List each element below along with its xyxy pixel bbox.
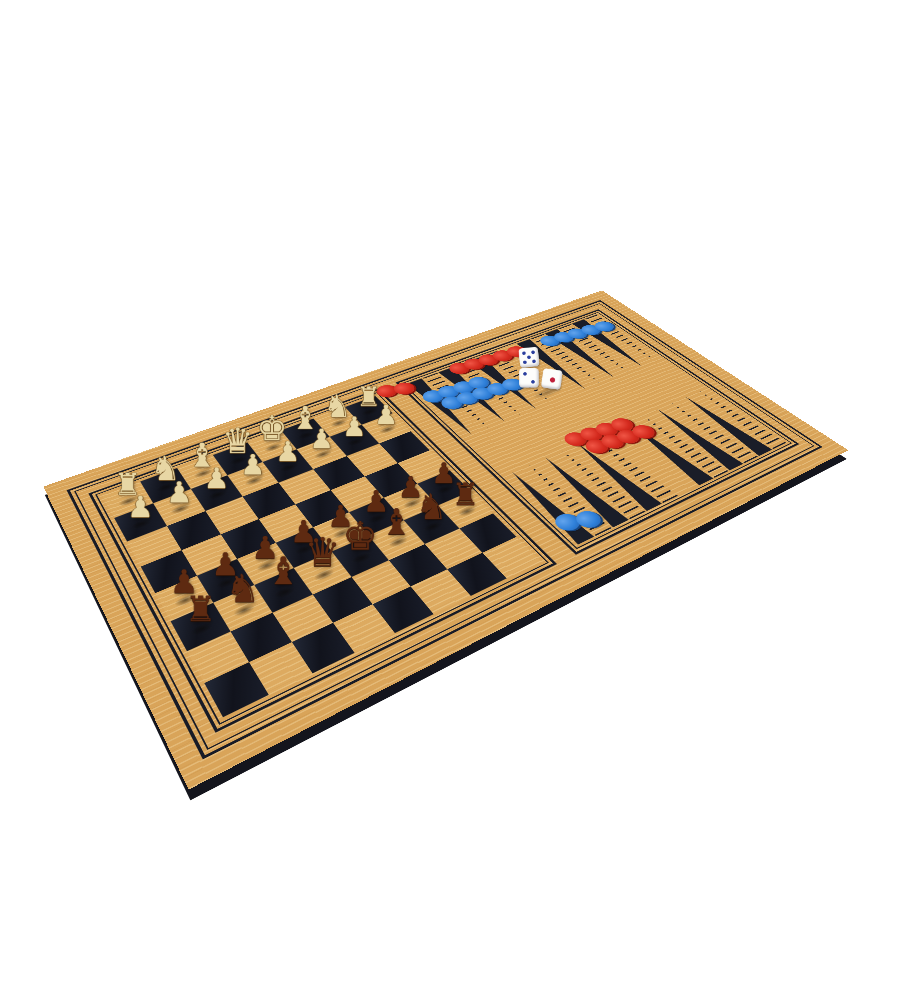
black-queen-piece[interactable]: ♛ [301,533,344,573]
backgammon-point [570,440,663,511]
backgammon-point [620,419,714,486]
white-pawn-piece[interactable]: ♟ [234,451,272,479]
white-pawn-piece[interactable]: ♟ [269,438,307,466]
backgammon-point [554,447,647,520]
white-pawn-piece[interactable]: ♟ [368,402,404,428]
game-board: ♜♞♝♛♚♝♞♜♟♟♟♟♟♟♟♟♟♟♟♟♟♟♟♟♜♞♝♛♚♝♞♜ [43,290,848,789]
white-pawn-piece[interactable]: ♟ [336,413,372,440]
scene: ♜♞♝♛♚♝♞♜♟♟♟♟♟♟♟♟♟♟♟♟♟♟♟♟♜♞♝♛♚♝♞♜ [168,173,735,803]
black-rook-piece[interactable]: ♜ [178,592,223,627]
die-pip [527,355,531,359]
black-king-piece[interactable]: ♚ [339,517,381,556]
black-knight-piece[interactable]: ♞ [411,489,451,524]
scene-scale: ♜♞♝♛♚♝♞♜♟♟♟♟♟♟♟♟♟♟♟♟♟♟♟♟♜♞♝♛♚♝♞♜ [168,173,735,803]
black-bishop-piece[interactable]: ♝ [376,504,417,540]
black-knight-piece[interactable]: ♞ [221,569,265,608]
die-pip [522,351,526,355]
black-bishop-piece[interactable]: ♝ [262,552,306,590]
die-pip [531,380,534,383]
white-pawn-piece[interactable]: ♟ [120,492,160,522]
backgammon-point [585,314,662,363]
white-pawn-piece[interactable]: ♟ [159,478,199,507]
red-ace-pip [550,377,556,383]
chess-square-h6[interactable] [379,431,429,463]
die-pip [523,372,526,375]
white-pawn-piece[interactable]: ♟ [303,425,340,452]
backgammon-point [521,461,613,536]
chess-square-b7[interactable]: ♟ [153,489,205,526]
chess-square-g1[interactable] [447,553,506,596]
backgammon-points-bot [504,388,787,545]
die-pip [523,360,527,364]
die-pip [532,359,536,363]
white-pawn-piece[interactable]: ♟ [197,464,236,493]
board-tilt: ♜♞♝♛♚♝♞♜♟♟♟♟♟♟♟♟♟♟♟♟♟♟♟♟♜♞♝♛♚♝♞♜ [43,290,848,789]
